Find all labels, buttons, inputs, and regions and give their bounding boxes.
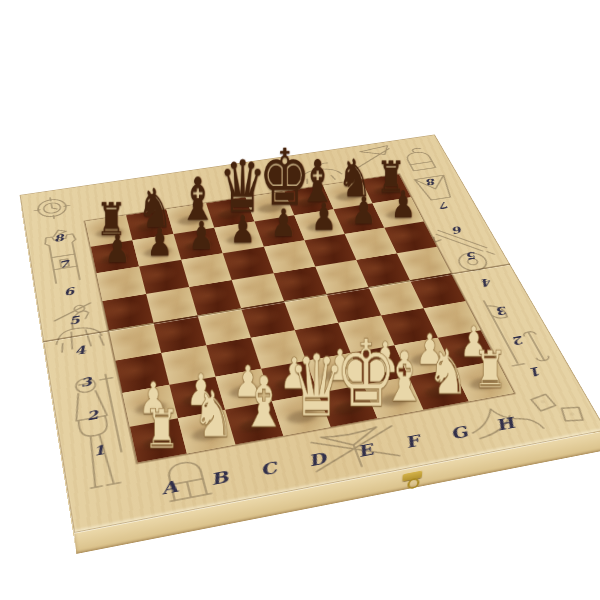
perspective-scene: ♜♞♝♛♚♝♞♜♟♟♟♟♟♟♟♟♟♟♟♟♟♟♟♟♜♞♝♛♚♝♞♜ ABCDEFG… [0,0,600,600]
square-b1[interactable]: ♞ [178,410,236,454]
engraving-roundel-clock [28,192,77,225]
square-c4[interactable] [198,308,251,345]
square-c7[interactable]: ♟ [174,228,223,260]
black-pawn-g7[interactable]: ♟ [349,192,380,230]
black-pawn-d7[interactable]: ♟ [227,210,258,248]
product-photo-canvas: ♜♞♝♛♚♝♞♜♟♟♟♟♟♟♟♟♟♟♟♟♟♟♟♟♜♞♝♛♚♝♞♜ ABCDEFG… [0,0,600,600]
black-pawn-a7[interactable]: ♟ [102,229,134,268]
black-pawn-c7[interactable]: ♟ [186,216,217,254]
board-top-surface: ♜♞♝♛♚♝♞♜♟♟♟♟♟♟♟♟♟♟♟♟♟♟♟♟♜♞♝♛♚♝♞♜ ABCDEFG… [20,135,600,533]
white-bishop-c1[interactable]: ♝ [241,367,277,437]
white-queen-d1[interactable]: ♛ [288,344,324,429]
white-knight-g1[interactable]: ♞ [427,341,462,403]
white-rook-a1[interactable]: ♜ [143,401,180,455]
black-pawn-h7[interactable]: ♟ [388,186,418,223]
chess-board-box: ♜♞♝♛♚♝♞♜♟♟♟♟♟♟♟♟♟♟♟♟♟♟♟♟♜♞♝♛♚♝♞♜ ABCDEFG… [20,135,600,533]
white-knight-b1[interactable]: ♞ [192,383,229,447]
square-d5[interactable] [232,273,284,308]
black-pawn-e7[interactable]: ♟ [268,204,299,242]
square-b6[interactable] [139,260,189,294]
white-rook-h1[interactable]: ♜ [473,343,508,395]
brass-clasp-icon [402,470,422,481]
rank-label-8: 8 [40,223,77,253]
black-pawn-b7[interactable]: ♟ [144,223,175,262]
file-label-C: C [241,453,297,484]
black-pawn-f7[interactable]: ♟ [309,198,340,236]
square-b7[interactable]: ♟ [132,234,181,267]
square-a1[interactable]: ♜ [130,418,187,462]
